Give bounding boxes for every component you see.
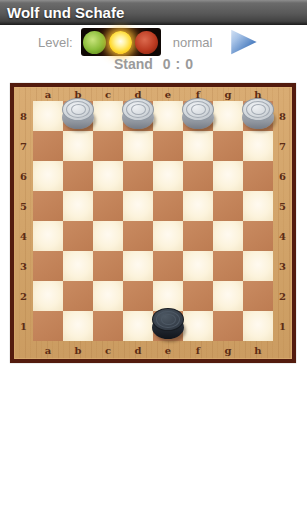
square-f7[interactable] xyxy=(183,131,213,161)
square-e4[interactable] xyxy=(153,221,183,251)
square-d6[interactable] xyxy=(123,161,153,191)
square-a3[interactable] xyxy=(33,251,63,281)
square-h5[interactable] xyxy=(243,191,273,221)
square-c3[interactable] xyxy=(93,251,123,281)
square-f3[interactable] xyxy=(183,251,213,281)
score-label: Stand xyxy=(114,56,153,72)
file-label-g: g xyxy=(213,341,243,359)
square-f4[interactable] xyxy=(183,221,213,251)
frame-corner xyxy=(273,87,292,101)
square-a8[interactable] xyxy=(33,101,63,131)
file-label-e: e xyxy=(153,341,183,359)
sheep-piece-f8[interactable] xyxy=(182,98,214,130)
square-c8[interactable] xyxy=(93,101,123,131)
file-label-h: h xyxy=(243,341,273,359)
square-d7[interactable] xyxy=(123,131,153,161)
score-right-value: 0 xyxy=(185,56,193,72)
file-label-a: a xyxy=(33,341,63,359)
square-g7[interactable] xyxy=(213,131,243,161)
red-light-icon[interactable] xyxy=(135,31,158,54)
file-label-f: f xyxy=(183,341,213,359)
square-a6[interactable] xyxy=(33,161,63,191)
file-label-g: g xyxy=(213,87,243,101)
square-a2[interactable] xyxy=(33,281,63,311)
square-b5[interactable] xyxy=(63,191,93,221)
file-label-a: a xyxy=(33,87,63,101)
file-label-c: c xyxy=(93,87,123,101)
square-g1[interactable] xyxy=(213,311,243,341)
square-f2[interactable] xyxy=(183,281,213,311)
square-d2[interactable] xyxy=(123,281,153,311)
sheep-checker-part xyxy=(131,104,146,115)
square-e2[interactable] xyxy=(153,281,183,311)
square-c1[interactable] xyxy=(93,311,123,341)
yellow-light-icon[interactable] xyxy=(109,31,132,54)
square-b2[interactable] xyxy=(63,281,93,311)
square-g4[interactable] xyxy=(213,221,243,251)
square-a7[interactable] xyxy=(33,131,63,161)
square-c4[interactable] xyxy=(93,221,123,251)
rank-label-2: 2 xyxy=(14,281,33,311)
rank-label-6: 6 xyxy=(273,161,292,191)
square-c6[interactable] xyxy=(93,161,123,191)
level-traffic-light[interactable] xyxy=(81,28,161,56)
rank-label-5: 5 xyxy=(273,191,292,221)
square-e7[interactable] xyxy=(153,131,183,161)
square-c2[interactable] xyxy=(93,281,123,311)
square-d3[interactable] xyxy=(123,251,153,281)
square-e3[interactable] xyxy=(153,251,183,281)
square-a1[interactable] xyxy=(33,311,63,341)
sheep-checker-part xyxy=(71,104,86,115)
rank-label-3: 3 xyxy=(273,251,292,281)
square-f6[interactable] xyxy=(183,161,213,191)
square-c5[interactable] xyxy=(93,191,123,221)
square-h6[interactable] xyxy=(243,161,273,191)
rank-label-8: 8 xyxy=(273,101,292,131)
square-g8[interactable] xyxy=(213,101,243,131)
score-line: Stand0:0 xyxy=(0,56,307,72)
square-e5[interactable] xyxy=(153,191,183,221)
file-label-b: b xyxy=(63,341,93,359)
square-b6[interactable] xyxy=(63,161,93,191)
frame-corner xyxy=(273,341,292,359)
rank-label-7: 7 xyxy=(14,131,33,161)
level-controls: Level: normal xyxy=(0,27,307,57)
square-g2[interactable] xyxy=(213,281,243,311)
rank-label-4: 4 xyxy=(14,221,33,251)
square-e6[interactable] xyxy=(153,161,183,191)
square-b1[interactable] xyxy=(63,311,93,341)
square-d1[interactable] xyxy=(123,311,153,341)
square-a5[interactable] xyxy=(33,191,63,221)
sheep-piece-b8[interactable] xyxy=(62,98,94,130)
app-titlebar: Wolf und Schafe xyxy=(0,0,307,25)
square-g5[interactable] xyxy=(213,191,243,221)
square-e8[interactable] xyxy=(153,101,183,131)
square-g6[interactable] xyxy=(213,161,243,191)
square-d5[interactable] xyxy=(123,191,153,221)
wolf-checker-part xyxy=(161,314,176,325)
rank-label-4: 4 xyxy=(273,221,292,251)
square-d4[interactable] xyxy=(123,221,153,251)
rank-label-3: 3 xyxy=(14,251,33,281)
square-h2[interactable] xyxy=(243,281,273,311)
square-a4[interactable] xyxy=(33,221,63,251)
rank-label-2: 2 xyxy=(273,281,292,311)
square-h1[interactable] xyxy=(243,311,273,341)
level-label: Level: xyxy=(38,35,73,50)
sheep-piece-h8[interactable] xyxy=(242,98,274,130)
square-h7[interactable] xyxy=(243,131,273,161)
play-icon xyxy=(230,29,257,55)
file-label-c: c xyxy=(93,341,123,359)
sheep-checker-part xyxy=(251,104,266,115)
green-light-icon[interactable] xyxy=(83,31,106,54)
square-c7[interactable] xyxy=(93,131,123,161)
square-h4[interactable] xyxy=(243,221,273,251)
sheep-piece-d8[interactable] xyxy=(122,98,154,130)
level-value: normal xyxy=(173,35,213,50)
rank-label-5: 5 xyxy=(14,191,33,221)
square-f1[interactable] xyxy=(183,311,213,341)
rank-label-7: 7 xyxy=(273,131,292,161)
rank-label-6: 6 xyxy=(14,161,33,191)
sheep-checker-part xyxy=(191,104,206,115)
wolf-piece-e1[interactable] xyxy=(152,308,184,340)
frame-corner xyxy=(14,87,33,101)
square-b7[interactable] xyxy=(63,131,93,161)
rank-label-1: 1 xyxy=(14,311,33,341)
start-button[interactable] xyxy=(230,28,260,56)
app-screen: Wolf und Schafe Level: normal Stand0:0 a… xyxy=(0,0,307,512)
rank-label-1: 1 xyxy=(273,311,292,341)
rank-label-8: 8 xyxy=(14,101,33,131)
game-board[interactable]: abcdefgh8877665544332211abcdefgh xyxy=(10,83,296,363)
square-b4[interactable] xyxy=(63,221,93,251)
square-b3[interactable] xyxy=(63,251,93,281)
square-h3[interactable] xyxy=(243,251,273,281)
square-g3[interactable] xyxy=(213,251,243,281)
score-separator: : xyxy=(176,56,181,72)
file-label-e: e xyxy=(153,87,183,101)
frame-corner xyxy=(14,341,33,359)
file-label-d: d xyxy=(123,341,153,359)
app-title: Wolf und Schafe xyxy=(7,4,124,21)
score-left-value: 0 xyxy=(163,56,171,72)
square-f5[interactable] xyxy=(183,191,213,221)
